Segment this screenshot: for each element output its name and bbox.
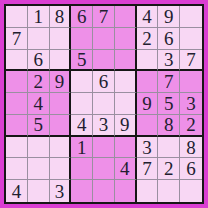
cell-r8c5[interactable] xyxy=(93,158,115,180)
cell-r5c6[interactable] xyxy=(115,93,137,115)
cell-r2c4[interactable] xyxy=(71,28,93,50)
cell-r9c1[interactable]: 4 xyxy=(6,180,28,202)
cell-r2c6[interactable] xyxy=(115,28,137,50)
cell-r1c3[interactable]: 8 xyxy=(50,6,72,28)
sudoku-board-frame: 186749726653729674953543982138472643 xyxy=(0,0,208,208)
cell-r2c8[interactable]: 6 xyxy=(158,28,180,50)
cell-r2c5[interactable] xyxy=(93,28,115,50)
cell-r7c9[interactable]: 8 xyxy=(180,137,202,159)
cell-r2c7[interactable]: 2 xyxy=(137,28,159,50)
cell-r1c6[interactable] xyxy=(115,6,137,28)
cell-r1c8[interactable]: 9 xyxy=(158,6,180,28)
cell-r5c3[interactable] xyxy=(50,93,72,115)
cell-r9c4[interactable] xyxy=(71,180,93,202)
cell-r8c6[interactable]: 4 xyxy=(115,158,137,180)
cell-r2c3[interactable] xyxy=(50,28,72,50)
cell-r8c2[interactable] xyxy=(28,158,50,180)
cell-r6c4[interactable]: 4 xyxy=(71,115,93,137)
cell-r4c9[interactable] xyxy=(180,71,202,93)
cell-r9c9[interactable] xyxy=(180,180,202,202)
cell-r4c8[interactable]: 7 xyxy=(158,71,180,93)
cell-r7c7[interactable]: 3 xyxy=(137,137,159,159)
cell-r9c5[interactable] xyxy=(93,180,115,202)
cell-r9c2[interactable] xyxy=(28,180,50,202)
cell-r5c4[interactable] xyxy=(71,93,93,115)
cell-r4c7[interactable] xyxy=(137,71,159,93)
cell-r5c8[interactable]: 5 xyxy=(158,93,180,115)
cell-r7c8[interactable] xyxy=(158,137,180,159)
cell-r1c9[interactable] xyxy=(180,6,202,28)
cell-r4c2[interactable]: 2 xyxy=(28,71,50,93)
cell-r1c7[interactable]: 4 xyxy=(137,6,159,28)
cell-r9c8[interactable] xyxy=(158,180,180,202)
cell-r3c5[interactable] xyxy=(93,50,115,72)
cell-r6c1[interactable] xyxy=(6,115,28,137)
cell-r3c4[interactable]: 5 xyxy=(71,50,93,72)
sudoku-grid: 186749726653729674953543982138472643 xyxy=(4,4,204,204)
cell-r7c1[interactable] xyxy=(6,137,28,159)
cell-r6c8[interactable]: 8 xyxy=(158,115,180,137)
cell-r3c8[interactable]: 3 xyxy=(158,50,180,72)
cell-r3c9[interactable]: 7 xyxy=(180,50,202,72)
cell-r7c6[interactable] xyxy=(115,137,137,159)
cell-r2c2[interactable] xyxy=(28,28,50,50)
cell-r3c3[interactable] xyxy=(50,50,72,72)
cell-r7c2[interactable] xyxy=(28,137,50,159)
cell-r3c2[interactable]: 6 xyxy=(28,50,50,72)
cell-r1c2[interactable]: 1 xyxy=(28,6,50,28)
cell-r5c7[interactable]: 9 xyxy=(137,93,159,115)
cell-r4c4[interactable] xyxy=(71,71,93,93)
cell-r3c7[interactable] xyxy=(137,50,159,72)
cell-r3c1[interactable] xyxy=(6,50,28,72)
cell-r7c4[interactable]: 1 xyxy=(71,137,93,159)
cell-r5c9[interactable]: 3 xyxy=(180,93,202,115)
cell-r6c3[interactable] xyxy=(50,115,72,137)
cell-r8c4[interactable] xyxy=(71,158,93,180)
cell-r4c1[interactable] xyxy=(6,71,28,93)
cell-r6c2[interactable]: 5 xyxy=(28,115,50,137)
cell-r5c5[interactable] xyxy=(93,93,115,115)
cell-r7c3[interactable] xyxy=(50,137,72,159)
cell-r9c3[interactable]: 3 xyxy=(50,180,72,202)
cell-r9c7[interactable] xyxy=(137,180,159,202)
cell-r6c9[interactable]: 2 xyxy=(180,115,202,137)
cell-r8c1[interactable] xyxy=(6,158,28,180)
cell-r4c5[interactable]: 6 xyxy=(93,71,115,93)
cell-r4c3[interactable]: 9 xyxy=(50,71,72,93)
cell-r5c2[interactable]: 4 xyxy=(28,93,50,115)
cell-r6c6[interactable]: 9 xyxy=(115,115,137,137)
cell-r7c5[interactable] xyxy=(93,137,115,159)
cell-r1c1[interactable] xyxy=(6,6,28,28)
cell-r6c5[interactable]: 3 xyxy=(93,115,115,137)
cell-r1c4[interactable]: 6 xyxy=(71,6,93,28)
cell-r3c6[interactable] xyxy=(115,50,137,72)
cell-r8c3[interactable] xyxy=(50,158,72,180)
cell-r8c8[interactable]: 2 xyxy=(158,158,180,180)
cell-r2c9[interactable] xyxy=(180,28,202,50)
cell-r6c7[interactable] xyxy=(137,115,159,137)
cell-r4c6[interactable] xyxy=(115,71,137,93)
cell-r9c6[interactable] xyxy=(115,180,137,202)
cell-r8c9[interactable]: 6 xyxy=(180,158,202,180)
cell-r1c5[interactable]: 7 xyxy=(93,6,115,28)
cell-r5c1[interactable] xyxy=(6,93,28,115)
cell-r8c7[interactable]: 7 xyxy=(137,158,159,180)
cell-r2c1[interactable]: 7 xyxy=(6,28,28,50)
